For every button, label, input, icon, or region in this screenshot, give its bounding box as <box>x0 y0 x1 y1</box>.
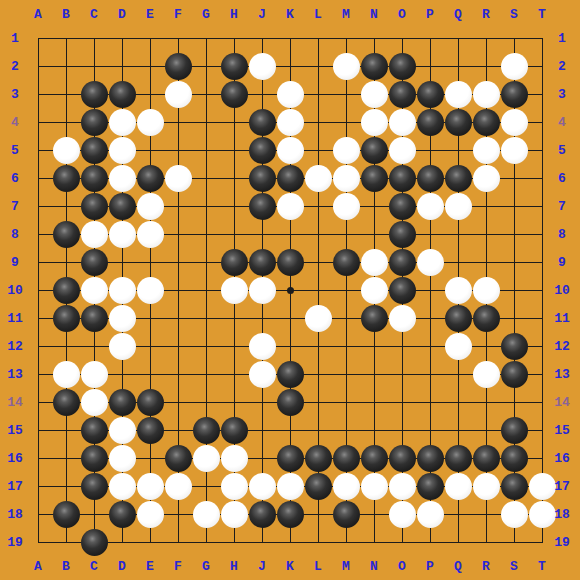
cell-M7[interactable] <box>332 192 360 220</box>
cell-P3[interactable] <box>416 80 444 108</box>
cell-Q5[interactable] <box>444 136 472 164</box>
cell-H4[interactable] <box>220 108 248 136</box>
cell-K18[interactable] <box>276 500 304 528</box>
cell-K4[interactable] <box>276 108 304 136</box>
cell-F11[interactable] <box>164 304 192 332</box>
cell-M1[interactable] <box>332 24 360 52</box>
cell-H5[interactable] <box>220 136 248 164</box>
cell-A11[interactable] <box>24 304 52 332</box>
cell-P13[interactable] <box>416 360 444 388</box>
cell-E2[interactable] <box>136 52 164 80</box>
cell-J2[interactable] <box>248 52 276 80</box>
cell-N6[interactable] <box>360 164 388 192</box>
cell-J15[interactable] <box>248 416 276 444</box>
cell-F8[interactable] <box>164 220 192 248</box>
cell-S19[interactable] <box>500 528 528 556</box>
cell-E5[interactable] <box>136 136 164 164</box>
cell-D8[interactable] <box>108 220 136 248</box>
cell-S1[interactable] <box>500 24 528 52</box>
cell-R10[interactable] <box>472 276 500 304</box>
cell-R4[interactable] <box>472 108 500 136</box>
cell-B17[interactable] <box>52 472 80 500</box>
cell-M5[interactable] <box>332 136 360 164</box>
cell-A5[interactable] <box>24 136 52 164</box>
cell-O6[interactable] <box>388 164 416 192</box>
cell-R8[interactable] <box>472 220 500 248</box>
cell-H7[interactable] <box>220 192 248 220</box>
cell-R12[interactable] <box>472 332 500 360</box>
cell-A16[interactable] <box>24 444 52 472</box>
cell-R13[interactable] <box>472 360 500 388</box>
cell-C3[interactable] <box>80 80 108 108</box>
cell-T9[interactable] <box>528 248 556 276</box>
cell-O19[interactable] <box>388 528 416 556</box>
cell-O5[interactable] <box>388 136 416 164</box>
cell-H18[interactable] <box>220 500 248 528</box>
cell-E11[interactable] <box>136 304 164 332</box>
cell-Q19[interactable] <box>444 528 472 556</box>
cell-T3[interactable] <box>528 80 556 108</box>
cell-S18[interactable] <box>500 500 528 528</box>
cell-B1[interactable] <box>52 24 80 52</box>
cell-A6[interactable] <box>24 164 52 192</box>
cell-C13[interactable] <box>80 360 108 388</box>
cell-E18[interactable] <box>136 500 164 528</box>
cell-J5[interactable] <box>248 136 276 164</box>
cell-O7[interactable] <box>388 192 416 220</box>
cell-O13[interactable] <box>388 360 416 388</box>
cell-N8[interactable] <box>360 220 388 248</box>
cell-B11[interactable] <box>52 304 80 332</box>
cell-N7[interactable] <box>360 192 388 220</box>
cell-L10[interactable] <box>304 276 332 304</box>
cell-H8[interactable] <box>220 220 248 248</box>
cell-D9[interactable] <box>108 248 136 276</box>
cell-P10[interactable] <box>416 276 444 304</box>
cell-F10[interactable] <box>164 276 192 304</box>
cell-O1[interactable] <box>388 24 416 52</box>
cell-E14[interactable] <box>136 388 164 416</box>
cell-J13[interactable] <box>248 360 276 388</box>
cell-T14[interactable] <box>528 388 556 416</box>
cell-B5[interactable] <box>52 136 80 164</box>
cell-E12[interactable] <box>136 332 164 360</box>
cell-H1[interactable] <box>220 24 248 52</box>
cell-B6[interactable] <box>52 164 80 192</box>
cell-Q12[interactable] <box>444 332 472 360</box>
cell-M4[interactable] <box>332 108 360 136</box>
cell-J11[interactable] <box>248 304 276 332</box>
cell-P18[interactable] <box>416 500 444 528</box>
cell-S9[interactable] <box>500 248 528 276</box>
cell-G10[interactable] <box>192 276 220 304</box>
cell-G14[interactable] <box>192 388 220 416</box>
cell-L1[interactable] <box>304 24 332 52</box>
cell-M16[interactable] <box>332 444 360 472</box>
cell-A10[interactable] <box>24 276 52 304</box>
cell-T15[interactable] <box>528 416 556 444</box>
cell-G8[interactable] <box>192 220 220 248</box>
cell-L16[interactable] <box>304 444 332 472</box>
cell-Q14[interactable] <box>444 388 472 416</box>
cell-D6[interactable] <box>108 164 136 192</box>
cell-A3[interactable] <box>24 80 52 108</box>
cell-B3[interactable] <box>52 80 80 108</box>
cell-G18[interactable] <box>192 500 220 528</box>
cell-J7[interactable] <box>248 192 276 220</box>
cell-D15[interactable] <box>108 416 136 444</box>
cell-L14[interactable] <box>304 388 332 416</box>
cell-J12[interactable] <box>248 332 276 360</box>
cell-K19[interactable] <box>276 528 304 556</box>
cell-K5[interactable] <box>276 136 304 164</box>
cell-R6[interactable] <box>472 164 500 192</box>
cell-F19[interactable] <box>164 528 192 556</box>
cell-E10[interactable] <box>136 276 164 304</box>
cell-K12[interactable] <box>276 332 304 360</box>
cell-S2[interactable] <box>500 52 528 80</box>
cell-C16[interactable] <box>80 444 108 472</box>
cell-M19[interactable] <box>332 528 360 556</box>
cell-O10[interactable] <box>388 276 416 304</box>
cell-A15[interactable] <box>24 416 52 444</box>
cell-E9[interactable] <box>136 248 164 276</box>
cell-L8[interactable] <box>304 220 332 248</box>
cell-M13[interactable] <box>332 360 360 388</box>
cell-A9[interactable] <box>24 248 52 276</box>
cell-A13[interactable] <box>24 360 52 388</box>
cell-S6[interactable] <box>500 164 528 192</box>
cell-O18[interactable] <box>388 500 416 528</box>
cell-T12[interactable] <box>528 332 556 360</box>
cell-T8[interactable] <box>528 220 556 248</box>
cell-G13[interactable] <box>192 360 220 388</box>
cell-P16[interactable] <box>416 444 444 472</box>
cell-T5[interactable] <box>528 136 556 164</box>
cell-G17[interactable] <box>192 472 220 500</box>
cell-A17[interactable] <box>24 472 52 500</box>
cell-D10[interactable] <box>108 276 136 304</box>
cell-S3[interactable] <box>500 80 528 108</box>
cell-O2[interactable] <box>388 52 416 80</box>
cell-R15[interactable] <box>472 416 500 444</box>
cell-F1[interactable] <box>164 24 192 52</box>
cell-N13[interactable] <box>360 360 388 388</box>
cell-S15[interactable] <box>500 416 528 444</box>
cell-M10[interactable] <box>332 276 360 304</box>
cell-K6[interactable] <box>276 164 304 192</box>
cell-E7[interactable] <box>136 192 164 220</box>
cell-G2[interactable] <box>192 52 220 80</box>
cell-E6[interactable] <box>136 164 164 192</box>
cell-O8[interactable] <box>388 220 416 248</box>
cell-O4[interactable] <box>388 108 416 136</box>
cell-N16[interactable] <box>360 444 388 472</box>
cell-M15[interactable] <box>332 416 360 444</box>
cell-A8[interactable] <box>24 220 52 248</box>
cell-F13[interactable] <box>164 360 192 388</box>
cell-T6[interactable] <box>528 164 556 192</box>
cell-S13[interactable] <box>500 360 528 388</box>
cell-D4[interactable] <box>108 108 136 136</box>
cell-H15[interactable] <box>220 416 248 444</box>
cell-L19[interactable] <box>304 528 332 556</box>
cell-T17[interactable] <box>528 472 556 500</box>
cell-B4[interactable] <box>52 108 80 136</box>
cell-R17[interactable] <box>472 472 500 500</box>
cell-R3[interactable] <box>472 80 500 108</box>
cell-M9[interactable] <box>332 248 360 276</box>
cell-Q1[interactable] <box>444 24 472 52</box>
cell-F2[interactable] <box>164 52 192 80</box>
cell-D5[interactable] <box>108 136 136 164</box>
cell-N17[interactable] <box>360 472 388 500</box>
cell-T7[interactable] <box>528 192 556 220</box>
cell-P5[interactable] <box>416 136 444 164</box>
cell-N18[interactable] <box>360 500 388 528</box>
cell-N9[interactable] <box>360 248 388 276</box>
cell-K10[interactable] <box>276 276 304 304</box>
cell-B7[interactable] <box>52 192 80 220</box>
cell-O16[interactable] <box>388 444 416 472</box>
cell-H10[interactable] <box>220 276 248 304</box>
cell-O12[interactable] <box>388 332 416 360</box>
cell-A19[interactable] <box>24 528 52 556</box>
cell-A7[interactable] <box>24 192 52 220</box>
cell-F6[interactable] <box>164 164 192 192</box>
cell-E1[interactable] <box>136 24 164 52</box>
cell-C15[interactable] <box>80 416 108 444</box>
cell-M3[interactable] <box>332 80 360 108</box>
cell-B18[interactable] <box>52 500 80 528</box>
cell-L5[interactable] <box>304 136 332 164</box>
cell-Q10[interactable] <box>444 276 472 304</box>
cell-K9[interactable] <box>276 248 304 276</box>
cell-C5[interactable] <box>80 136 108 164</box>
cell-R7[interactable] <box>472 192 500 220</box>
cell-E16[interactable] <box>136 444 164 472</box>
cell-J9[interactable] <box>248 248 276 276</box>
cell-M11[interactable] <box>332 304 360 332</box>
cell-H2[interactable] <box>220 52 248 80</box>
cell-T1[interactable] <box>528 24 556 52</box>
cell-L4[interactable] <box>304 108 332 136</box>
cell-C8[interactable] <box>80 220 108 248</box>
cell-O17[interactable] <box>388 472 416 500</box>
cell-H12[interactable] <box>220 332 248 360</box>
cell-K2[interactable] <box>276 52 304 80</box>
cell-J16[interactable] <box>248 444 276 472</box>
cell-L2[interactable] <box>304 52 332 80</box>
cell-D17[interactable] <box>108 472 136 500</box>
cell-P2[interactable] <box>416 52 444 80</box>
cell-M14[interactable] <box>332 388 360 416</box>
cell-N4[interactable] <box>360 108 388 136</box>
cell-C6[interactable] <box>80 164 108 192</box>
cell-G4[interactable] <box>192 108 220 136</box>
cell-L17[interactable] <box>304 472 332 500</box>
cell-G19[interactable] <box>192 528 220 556</box>
cell-D12[interactable] <box>108 332 136 360</box>
cell-O9[interactable] <box>388 248 416 276</box>
cell-Q13[interactable] <box>444 360 472 388</box>
cell-G12[interactable] <box>192 332 220 360</box>
cell-F17[interactable] <box>164 472 192 500</box>
cell-P15[interactable] <box>416 416 444 444</box>
cell-P7[interactable] <box>416 192 444 220</box>
cell-H17[interactable] <box>220 472 248 500</box>
cell-T4[interactable] <box>528 108 556 136</box>
cell-G11[interactable] <box>192 304 220 332</box>
cell-K3[interactable] <box>276 80 304 108</box>
cell-D18[interactable] <box>108 500 136 528</box>
cell-S14[interactable] <box>500 388 528 416</box>
cell-L6[interactable] <box>304 164 332 192</box>
cell-C1[interactable] <box>80 24 108 52</box>
cell-G6[interactable] <box>192 164 220 192</box>
cell-F16[interactable] <box>164 444 192 472</box>
cell-Q3[interactable] <box>444 80 472 108</box>
cell-Q17[interactable] <box>444 472 472 500</box>
cell-A2[interactable] <box>24 52 52 80</box>
cell-E19[interactable] <box>136 528 164 556</box>
cell-M6[interactable] <box>332 164 360 192</box>
cell-L15[interactable] <box>304 416 332 444</box>
cell-C12[interactable] <box>80 332 108 360</box>
cell-A14[interactable] <box>24 388 52 416</box>
cell-B16[interactable] <box>52 444 80 472</box>
cell-S7[interactable] <box>500 192 528 220</box>
cell-N5[interactable] <box>360 136 388 164</box>
cell-K13[interactable] <box>276 360 304 388</box>
cell-C10[interactable] <box>80 276 108 304</box>
cell-H13[interactable] <box>220 360 248 388</box>
cell-J19[interactable] <box>248 528 276 556</box>
cell-P14[interactable] <box>416 388 444 416</box>
cell-K11[interactable] <box>276 304 304 332</box>
cell-M17[interactable] <box>332 472 360 500</box>
cell-P12[interactable] <box>416 332 444 360</box>
cell-Q7[interactable] <box>444 192 472 220</box>
cell-M2[interactable] <box>332 52 360 80</box>
cell-B13[interactable] <box>52 360 80 388</box>
cell-T18[interactable] <box>528 500 556 528</box>
cell-J4[interactable] <box>248 108 276 136</box>
cell-L7[interactable] <box>304 192 332 220</box>
cell-H3[interactable] <box>220 80 248 108</box>
cell-C14[interactable] <box>80 388 108 416</box>
cell-B10[interactable] <box>52 276 80 304</box>
cell-F12[interactable] <box>164 332 192 360</box>
cell-J3[interactable] <box>248 80 276 108</box>
cell-Q2[interactable] <box>444 52 472 80</box>
cell-N11[interactable] <box>360 304 388 332</box>
cell-E13[interactable] <box>136 360 164 388</box>
cell-H9[interactable] <box>220 248 248 276</box>
cell-N19[interactable] <box>360 528 388 556</box>
cell-C4[interactable] <box>80 108 108 136</box>
cell-D16[interactable] <box>108 444 136 472</box>
cell-D19[interactable] <box>108 528 136 556</box>
cell-S11[interactable] <box>500 304 528 332</box>
cell-E8[interactable] <box>136 220 164 248</box>
cell-S8[interactable] <box>500 220 528 248</box>
cell-M8[interactable] <box>332 220 360 248</box>
cell-E4[interactable] <box>136 108 164 136</box>
cell-D2[interactable] <box>108 52 136 80</box>
cell-F3[interactable] <box>164 80 192 108</box>
cell-E3[interactable] <box>136 80 164 108</box>
cell-H19[interactable] <box>220 528 248 556</box>
cell-T19[interactable] <box>528 528 556 556</box>
cell-B9[interactable] <box>52 248 80 276</box>
cell-K14[interactable] <box>276 388 304 416</box>
cell-C7[interactable] <box>80 192 108 220</box>
cell-R16[interactable] <box>472 444 500 472</box>
cell-T16[interactable] <box>528 444 556 472</box>
cell-D14[interactable] <box>108 388 136 416</box>
cell-H16[interactable] <box>220 444 248 472</box>
cell-N1[interactable] <box>360 24 388 52</box>
cell-A4[interactable] <box>24 108 52 136</box>
cell-G5[interactable] <box>192 136 220 164</box>
cell-D11[interactable] <box>108 304 136 332</box>
cell-L9[interactable] <box>304 248 332 276</box>
cell-G9[interactable] <box>192 248 220 276</box>
cell-K7[interactable] <box>276 192 304 220</box>
cell-O15[interactable] <box>388 416 416 444</box>
cell-H11[interactable] <box>220 304 248 332</box>
cell-N10[interactable] <box>360 276 388 304</box>
cell-Q16[interactable] <box>444 444 472 472</box>
cell-J6[interactable] <box>248 164 276 192</box>
cell-C17[interactable] <box>80 472 108 500</box>
cell-R19[interactable] <box>472 528 500 556</box>
cell-P8[interactable] <box>416 220 444 248</box>
cell-J18[interactable] <box>248 500 276 528</box>
cell-G15[interactable] <box>192 416 220 444</box>
cell-B14[interactable] <box>52 388 80 416</box>
cell-H6[interactable] <box>220 164 248 192</box>
cell-P1[interactable] <box>416 24 444 52</box>
cell-S4[interactable] <box>500 108 528 136</box>
cell-Q11[interactable] <box>444 304 472 332</box>
cell-P19[interactable] <box>416 528 444 556</box>
cell-P9[interactable] <box>416 248 444 276</box>
cell-P17[interactable] <box>416 472 444 500</box>
cell-N14[interactable] <box>360 388 388 416</box>
cell-P4[interactable] <box>416 108 444 136</box>
cell-P6[interactable] <box>416 164 444 192</box>
cell-R9[interactable] <box>472 248 500 276</box>
cell-R1[interactable] <box>472 24 500 52</box>
cell-B2[interactable] <box>52 52 80 80</box>
cell-D13[interactable] <box>108 360 136 388</box>
cell-C19[interactable] <box>80 528 108 556</box>
cell-Q9[interactable] <box>444 248 472 276</box>
cell-L3[interactable] <box>304 80 332 108</box>
cell-R11[interactable] <box>472 304 500 332</box>
cell-N12[interactable] <box>360 332 388 360</box>
cell-F7[interactable] <box>164 192 192 220</box>
cell-C11[interactable] <box>80 304 108 332</box>
cell-S10[interactable] <box>500 276 528 304</box>
cell-M18[interactable] <box>332 500 360 528</box>
cell-B8[interactable] <box>52 220 80 248</box>
cell-M12[interactable] <box>332 332 360 360</box>
cell-H14[interactable] <box>220 388 248 416</box>
cell-R5[interactable] <box>472 136 500 164</box>
